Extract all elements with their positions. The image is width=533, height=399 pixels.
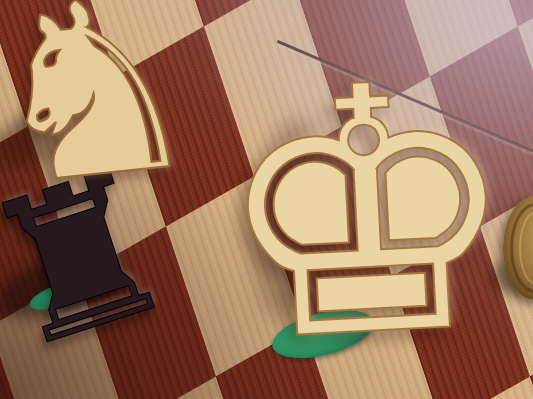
- chessboard-photo: ♜ ♞ ♚: [0, 0, 533, 399]
- white-knight: ♞: [0, 0, 187, 221]
- white-king-fallen: ♚: [206, 38, 473, 391]
